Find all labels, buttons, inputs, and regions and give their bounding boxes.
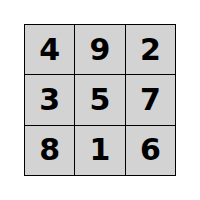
grid-cell-r3c3: 6 [126,126,175,175]
grid-cell-r1c1: 4 [25,25,74,74]
grid-cell-r1c3: 2 [126,25,175,74]
page-canvas: 4 9 2 3 5 7 8 1 6 [0,0,200,200]
magic-square-board: 4 9 2 3 5 7 8 1 6 [24,24,176,176]
grid-cell-r1c2: 9 [75,25,124,74]
grid-cell-r3c1: 8 [25,126,74,175]
grid-cell-r2c3: 7 [126,75,175,124]
grid-cell-r2c2: 5 [75,75,124,124]
grid-cell-r2c1: 3 [25,75,74,124]
grid-cell-r3c2: 1 [75,126,124,175]
